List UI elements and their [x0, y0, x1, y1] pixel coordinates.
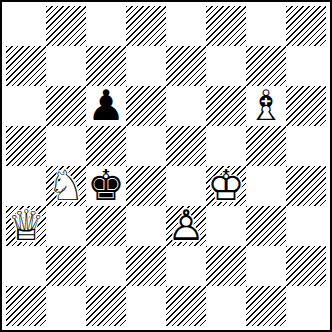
square-h8[interactable]: [286, 6, 326, 46]
white-king: ♚♔: [206, 166, 246, 206]
square-a8[interactable]: [6, 6, 46, 46]
white-queen-outline-glyph: ♕: [6, 206, 46, 246]
square-d1[interactable]: [126, 286, 166, 326]
square-b8[interactable]: [46, 6, 86, 46]
square-h5[interactable]: [286, 126, 326, 166]
square-a7[interactable]: [6, 46, 46, 86]
square-h3[interactable]: [286, 206, 326, 246]
white-pawn-outline-glyph: ♙: [166, 206, 206, 246]
square-e3[interactable]: ♟♙: [166, 206, 206, 246]
white-queen-fill-glyph: ♛: [6, 206, 46, 246]
square-f4[interactable]: ♚♔: [206, 166, 246, 206]
square-e4[interactable]: [166, 166, 206, 206]
square-c6[interactable]: ♟: [86, 86, 126, 126]
square-a6[interactable]: [6, 86, 46, 126]
square-g2[interactable]: [246, 246, 286, 286]
white-king-fill-glyph: ♚: [206, 166, 246, 206]
square-f2[interactable]: [206, 246, 246, 286]
square-h4[interactable]: [286, 166, 326, 206]
square-h7[interactable]: [286, 46, 326, 86]
black-king: ♚: [86, 166, 126, 206]
black-pawn: ♟: [86, 86, 126, 126]
square-e6[interactable]: [166, 86, 206, 126]
square-g3[interactable]: [246, 206, 286, 246]
white-pawn: ♟♙: [166, 206, 206, 246]
square-g8[interactable]: [246, 6, 286, 46]
square-f1[interactable]: [206, 286, 246, 326]
white-bishop-fill-glyph: ♝: [246, 86, 286, 126]
square-e8[interactable]: [166, 6, 206, 46]
square-c3[interactable]: [86, 206, 126, 246]
square-c4[interactable]: ♚: [86, 166, 126, 206]
square-d6[interactable]: [126, 86, 166, 126]
square-b1[interactable]: [46, 286, 86, 326]
black-king-glyph: ♚: [86, 166, 126, 206]
square-e2[interactable]: [166, 246, 206, 286]
square-a3[interactable]: ♛♕: [6, 206, 46, 246]
square-g1[interactable]: [246, 286, 286, 326]
square-f5[interactable]: [206, 126, 246, 166]
square-b7[interactable]: [46, 46, 86, 86]
square-g7[interactable]: [246, 46, 286, 86]
diagram-frame: ♟♝♗♞♘♚♚♔♛♕♟♙: [0, 0, 332, 332]
square-h6[interactable]: [286, 86, 326, 126]
black-pawn-glyph: ♟: [86, 86, 126, 126]
square-e1[interactable]: [166, 286, 206, 326]
square-b3[interactable]: [46, 206, 86, 246]
square-d4[interactable]: [126, 166, 166, 206]
white-pawn-fill-glyph: ♟: [166, 206, 206, 246]
square-f3[interactable]: [206, 206, 246, 246]
square-f6[interactable]: [206, 86, 246, 126]
white-king-outline-glyph: ♔: [206, 166, 246, 206]
square-f7[interactable]: [206, 46, 246, 86]
square-a5[interactable]: [6, 126, 46, 166]
white-bishop: ♝♗: [246, 86, 286, 126]
square-g5[interactable]: [246, 126, 286, 166]
square-e7[interactable]: [166, 46, 206, 86]
square-d5[interactable]: [126, 126, 166, 166]
square-b5[interactable]: [46, 126, 86, 166]
square-f8[interactable]: [206, 6, 246, 46]
square-c1[interactable]: [86, 286, 126, 326]
white-knight-fill-glyph: ♞: [46, 166, 86, 206]
square-c2[interactable]: [86, 246, 126, 286]
square-h2[interactable]: [286, 246, 326, 286]
square-d8[interactable]: [126, 6, 166, 46]
square-c7[interactable]: [86, 46, 126, 86]
square-b6[interactable]: [46, 86, 86, 126]
square-d2[interactable]: [126, 246, 166, 286]
white-knight-outline-glyph: ♘: [46, 166, 86, 206]
square-a2[interactable]: [6, 246, 46, 286]
square-g4[interactable]: [246, 166, 286, 206]
chess-board: ♟♝♗♞♘♚♚♔♛♕♟♙: [6, 6, 326, 326]
square-h1[interactable]: [286, 286, 326, 326]
square-d3[interactable]: [126, 206, 166, 246]
square-b4[interactable]: ♞♘: [46, 166, 86, 206]
square-d7[interactable]: [126, 46, 166, 86]
square-c8[interactable]: [86, 6, 126, 46]
square-a4[interactable]: [6, 166, 46, 206]
square-g6[interactable]: ♝♗: [246, 86, 286, 126]
square-b2[interactable]: [46, 246, 86, 286]
square-a1[interactable]: [6, 286, 46, 326]
white-bishop-outline-glyph: ♗: [246, 86, 286, 126]
square-e5[interactable]: [166, 126, 206, 166]
white-queen: ♛♕: [6, 206, 46, 246]
white-knight: ♞♘: [46, 166, 86, 206]
square-c5[interactable]: [86, 126, 126, 166]
